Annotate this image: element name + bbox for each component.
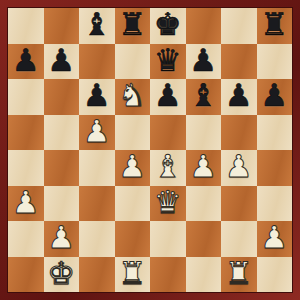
white-pawn-b2: ♟	[47, 222, 75, 253]
board-frame: ♝♜♚♜♟♟♛♟♟♞♟♝♟♟♟♟♝♟♟♟♛♟♟♚♜♜	[0, 0, 300, 300]
square-a1[interactable]	[8, 257, 44, 293]
square-b1[interactable]: ♚	[44, 257, 80, 293]
square-b5[interactable]	[44, 115, 80, 151]
square-b3[interactable]	[44, 186, 80, 222]
black-bishop-c8: ♝	[83, 9, 111, 40]
black-pawn-b7: ♟	[47, 45, 75, 76]
square-f8[interactable]	[186, 8, 222, 44]
white-pawn-h2: ♟	[260, 222, 288, 253]
square-c6[interactable]: ♟	[79, 79, 115, 115]
black-pawn-e6: ♟	[154, 80, 182, 111]
white-rook-g1: ♜	[225, 258, 253, 289]
square-a5[interactable]	[8, 115, 44, 151]
white-pawn-c5: ♟	[83, 116, 111, 147]
square-d4[interactable]: ♟	[115, 150, 151, 186]
square-b8[interactable]	[44, 8, 80, 44]
black-queen-e7: ♛	[154, 45, 182, 76]
square-d2[interactable]	[115, 221, 151, 257]
square-e5[interactable]	[150, 115, 186, 151]
square-g5[interactable]	[221, 115, 257, 151]
square-e8[interactable]: ♚	[150, 8, 186, 44]
square-h4[interactable]	[257, 150, 293, 186]
square-b4[interactable]	[44, 150, 80, 186]
square-f7[interactable]: ♟	[186, 44, 222, 80]
square-h5[interactable]	[257, 115, 293, 151]
black-pawn-f7: ♟	[189, 45, 217, 76]
square-c5[interactable]: ♟	[79, 115, 115, 151]
square-c3[interactable]	[79, 186, 115, 222]
white-pawn-g4: ♟	[225, 151, 253, 182]
square-a6[interactable]	[8, 79, 44, 115]
square-h2[interactable]: ♟	[257, 221, 293, 257]
square-h6[interactable]: ♟	[257, 79, 293, 115]
black-pawn-h6: ♟	[260, 80, 288, 111]
square-g3[interactable]	[221, 186, 257, 222]
black-bishop-f6: ♝	[189, 80, 217, 111]
square-f1[interactable]	[186, 257, 222, 293]
square-a3[interactable]: ♟	[8, 186, 44, 222]
square-g1[interactable]: ♜	[221, 257, 257, 293]
square-g2[interactable]	[221, 221, 257, 257]
square-d6[interactable]: ♞	[115, 79, 151, 115]
square-b6[interactable]	[44, 79, 80, 115]
square-f4[interactable]: ♟	[186, 150, 222, 186]
square-f5[interactable]	[186, 115, 222, 151]
black-pawn-a7: ♟	[12, 45, 40, 76]
square-d1[interactable]: ♜	[115, 257, 151, 293]
square-d5[interactable]	[115, 115, 151, 151]
square-a7[interactable]: ♟	[8, 44, 44, 80]
white-rook-d1: ♜	[118, 258, 146, 289]
white-pawn-d4: ♟	[118, 151, 146, 182]
square-c1[interactable]	[79, 257, 115, 293]
square-h1[interactable]	[257, 257, 293, 293]
chess-board: ♝♜♚♜♟♟♛♟♟♞♟♝♟♟♟♟♝♟♟♟♛♟♟♚♜♜	[8, 8, 292, 292]
square-b2[interactable]: ♟	[44, 221, 80, 257]
black-rook-d8: ♜	[118, 9, 146, 40]
black-rook-h8: ♜	[260, 9, 288, 40]
square-c4[interactable]	[79, 150, 115, 186]
square-g4[interactable]: ♟	[221, 150, 257, 186]
white-pawn-f4: ♟	[189, 151, 217, 182]
white-king-b1: ♚	[47, 258, 75, 289]
square-d8[interactable]: ♜	[115, 8, 151, 44]
white-bishop-e4: ♝	[154, 151, 182, 182]
square-g8[interactable]	[221, 8, 257, 44]
square-a4[interactable]	[8, 150, 44, 186]
square-e4[interactable]: ♝	[150, 150, 186, 186]
square-c2[interactable]	[79, 221, 115, 257]
white-knight-d6: ♞	[118, 80, 146, 111]
square-f6[interactable]: ♝	[186, 79, 222, 115]
square-a8[interactable]	[8, 8, 44, 44]
square-e2[interactable]	[150, 221, 186, 257]
square-d7[interactable]	[115, 44, 151, 80]
square-c7[interactable]	[79, 44, 115, 80]
square-d3[interactable]	[115, 186, 151, 222]
white-pawn-a3: ♟	[12, 187, 40, 218]
square-e6[interactable]: ♟	[150, 79, 186, 115]
white-queen-e3: ♛	[154, 187, 182, 218]
square-f2[interactable]	[186, 221, 222, 257]
square-h3[interactable]	[257, 186, 293, 222]
black-king-e8: ♚	[154, 9, 182, 40]
square-f3[interactable]	[186, 186, 222, 222]
square-h7[interactable]	[257, 44, 293, 80]
square-e7[interactable]: ♛	[150, 44, 186, 80]
square-b7[interactable]: ♟	[44, 44, 80, 80]
square-h8[interactable]: ♜	[257, 8, 293, 44]
square-g7[interactable]	[221, 44, 257, 80]
square-e3[interactable]: ♛	[150, 186, 186, 222]
black-pawn-c6: ♟	[83, 80, 111, 111]
square-e1[interactable]	[150, 257, 186, 293]
black-pawn-g6: ♟	[225, 80, 253, 111]
square-g6[interactable]: ♟	[221, 79, 257, 115]
square-a2[interactable]	[8, 221, 44, 257]
square-c8[interactable]: ♝	[79, 8, 115, 44]
